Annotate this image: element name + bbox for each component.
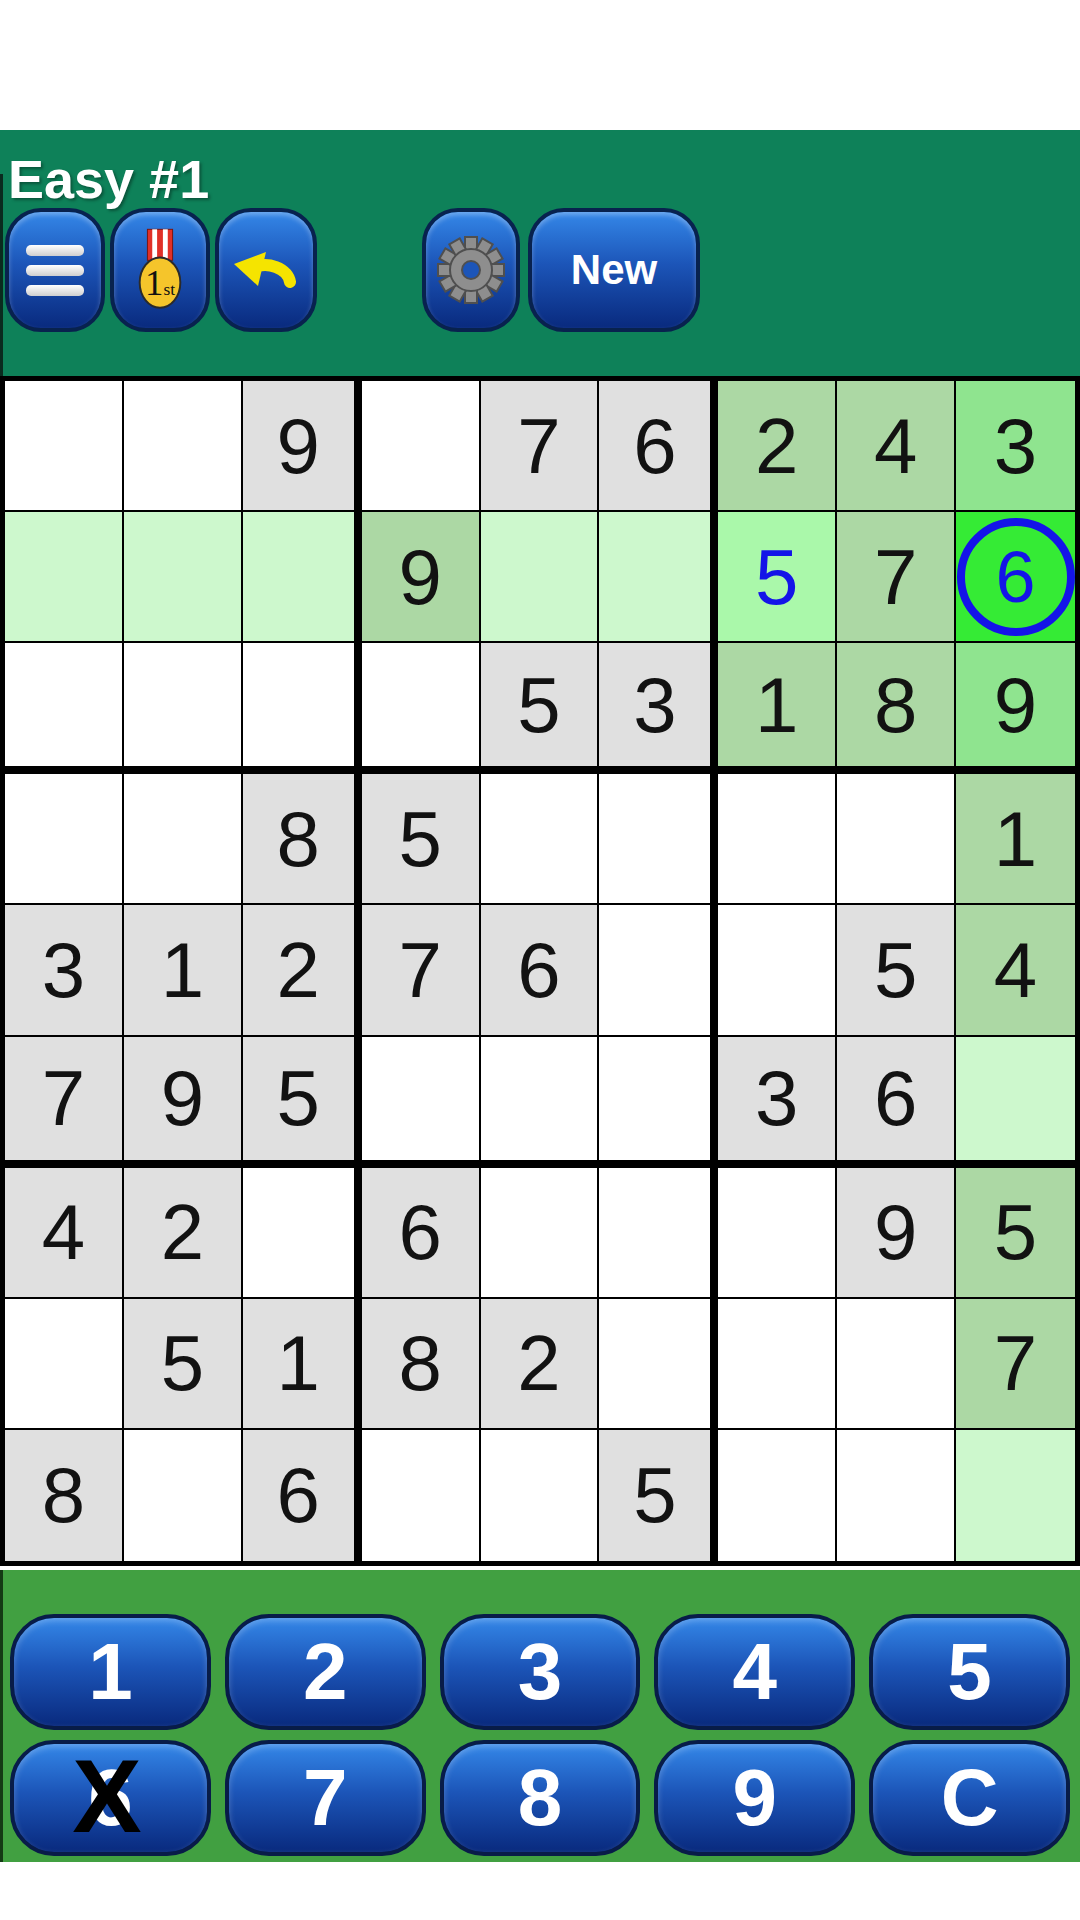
cell-r4c8[interactable] xyxy=(837,774,956,905)
cell-r9c5[interactable] xyxy=(481,1430,600,1561)
new-game-label: New xyxy=(571,246,657,294)
numpad-label-9: 9 xyxy=(733,1752,778,1844)
cell-r3c1[interactable] xyxy=(5,643,124,774)
cell-r8c2[interactable]: 5 xyxy=(124,1299,243,1430)
cell-r6c5[interactable] xyxy=(481,1037,600,1168)
cell-r6c1[interactable]: 7 xyxy=(5,1037,124,1168)
cell-r1c4[interactable] xyxy=(362,381,481,512)
cell-r8c9[interactable]: 7 xyxy=(956,1299,1075,1430)
cell-r4c2[interactable] xyxy=(124,774,243,905)
bottom-bar xyxy=(0,1862,1080,1920)
cell-r3c4[interactable] xyxy=(362,643,481,774)
cell-r7c8[interactable]: 9 xyxy=(837,1168,956,1299)
cell-r2c5[interactable] xyxy=(481,512,600,643)
numpad-label-1: 1 xyxy=(88,1626,133,1718)
numpad-label-7: 7 xyxy=(303,1752,348,1844)
cell-r8c7[interactable] xyxy=(718,1299,837,1430)
cell-r7c4[interactable]: 6 xyxy=(362,1168,481,1299)
numpad-4-button[interactable]: 4 xyxy=(654,1614,855,1730)
cell-r8c4[interactable]: 8 xyxy=(362,1299,481,1430)
cell-r6c4[interactable] xyxy=(362,1037,481,1168)
menu-icon xyxy=(26,245,84,296)
numpad-label-4: 4 xyxy=(733,1626,778,1718)
cell-r2c4[interactable]: 9 xyxy=(362,512,481,643)
cell-r4c9[interactable]: 1 xyxy=(956,774,1075,905)
selected-cell-circle: 6 xyxy=(957,518,1075,636)
cell-r9c2[interactable] xyxy=(124,1430,243,1561)
cell-r9c6[interactable]: 5 xyxy=(599,1430,718,1561)
cell-r9c1[interactable]: 8 xyxy=(5,1430,124,1561)
page-title: Easy #1 xyxy=(8,148,209,210)
cell-r4c3[interactable]: 8 xyxy=(243,774,362,905)
cell-r3c5[interactable]: 5 xyxy=(481,643,600,774)
menu-button[interactable] xyxy=(5,208,105,332)
numpad-2-button[interactable]: 2 xyxy=(225,1614,426,1730)
cell-r2c2[interactable] xyxy=(124,512,243,643)
gear-icon xyxy=(434,233,508,307)
cell-r3c2[interactable] xyxy=(124,643,243,774)
medal-1st-icon: 1st xyxy=(129,227,191,313)
cell-r7c9[interactable]: 5 xyxy=(956,1168,1075,1299)
cell-r1c7[interactable]: 2 xyxy=(718,381,837,512)
numpad-3-button[interactable]: 3 xyxy=(440,1614,641,1730)
cell-r3c6[interactable]: 3 xyxy=(599,643,718,774)
cell-r5c7[interactable] xyxy=(718,905,837,1036)
cell-r3c8[interactable]: 8 xyxy=(837,643,956,774)
cell-r7c5[interactable] xyxy=(481,1168,600,1299)
cell-r2c1[interactable] xyxy=(5,512,124,643)
cell-r9c3[interactable]: 6 xyxy=(243,1430,362,1561)
cell-r6c9[interactable] xyxy=(956,1037,1075,1168)
number-pad: 123456X789C xyxy=(0,1570,1080,1862)
numpad-6-button[interactable]: 6X xyxy=(10,1740,211,1856)
cell-r6c6[interactable] xyxy=(599,1037,718,1168)
cell-r5c6[interactable] xyxy=(599,905,718,1036)
number-pad-grid: 123456X789C xyxy=(0,1570,1080,1856)
cell-r8c1[interactable] xyxy=(5,1299,124,1430)
cell-r6c2[interactable]: 9 xyxy=(124,1037,243,1168)
cell-r5c8[interactable]: 5 xyxy=(837,905,956,1036)
cell-r9c8[interactable] xyxy=(837,1430,956,1561)
cell-r8c3[interactable]: 1 xyxy=(243,1299,362,1430)
achievements-button[interactable]: 1st xyxy=(110,208,210,332)
cell-r1c9[interactable]: 3 xyxy=(956,381,1075,512)
cell-r1c6[interactable]: 6 xyxy=(599,381,718,512)
numpad-clear-button[interactable]: C xyxy=(869,1740,1070,1856)
undo-button[interactable] xyxy=(215,208,317,332)
numpad-label-2: 2 xyxy=(303,1626,348,1718)
cell-r8c6[interactable] xyxy=(599,1299,718,1430)
cell-r5c5[interactable]: 6 xyxy=(481,905,600,1036)
cell-r2c9[interactable]: 6 xyxy=(956,512,1075,643)
app-header: Easy #1 1st xyxy=(0,130,1080,376)
cell-r2c6[interactable] xyxy=(599,512,718,643)
new-game-button[interactable]: New xyxy=(528,208,700,332)
cell-r5c4[interactable]: 7 xyxy=(362,905,481,1036)
cell-r2c7[interactable]: 5 xyxy=(718,512,837,643)
cell-r1c8[interactable]: 4 xyxy=(837,381,956,512)
numpad-label-6: 6 xyxy=(88,1752,133,1844)
cell-r4c1[interactable] xyxy=(5,774,124,905)
cell-r9c9[interactable] xyxy=(956,1430,1075,1561)
cell-r7c6[interactable] xyxy=(599,1168,718,1299)
cell-r5c1[interactable]: 3 xyxy=(5,905,124,1036)
cell-r3c9[interactable]: 9 xyxy=(956,643,1075,774)
cell-r6c3[interactable]: 5 xyxy=(243,1037,362,1168)
numpad-label-8: 8 xyxy=(518,1752,563,1844)
cell-r5c2[interactable]: 1 xyxy=(124,905,243,1036)
numpad-label-3: 3 xyxy=(518,1626,563,1718)
cell-r4c4[interactable]: 5 xyxy=(362,774,481,905)
numpad-8-button[interactable]: 8 xyxy=(440,1740,641,1856)
numpad-5-button[interactable]: 5 xyxy=(869,1614,1070,1730)
cell-r8c5[interactable]: 2 xyxy=(481,1299,600,1430)
cell-r6c7[interactable]: 3 xyxy=(718,1037,837,1168)
cell-r1c3[interactable]: 9 xyxy=(243,381,362,512)
cell-r3c3[interactable] xyxy=(243,643,362,774)
undo-icon xyxy=(230,242,302,298)
cell-r9c4[interactable] xyxy=(362,1430,481,1561)
cell-r7c3[interactable] xyxy=(243,1168,362,1299)
cell-r8c8[interactable] xyxy=(837,1299,956,1430)
numpad-1-button[interactable]: 1 xyxy=(10,1614,211,1730)
cell-r4c5[interactable] xyxy=(481,774,600,905)
numpad-9-button[interactable]: 9 xyxy=(654,1740,855,1856)
cell-r3c7[interactable]: 1 xyxy=(718,643,837,774)
cell-r6c8[interactable]: 6 xyxy=(837,1037,956,1168)
status-bar xyxy=(0,0,1080,130)
pad-left-edge xyxy=(0,1570,3,1862)
cell-r2c3[interactable] xyxy=(243,512,362,643)
cell-r5c9[interactable]: 4 xyxy=(956,905,1075,1036)
cell-r7c2[interactable]: 2 xyxy=(124,1168,243,1299)
cell-r7c1[interactable]: 4 xyxy=(5,1168,124,1299)
numpad-label-C: C xyxy=(941,1752,999,1844)
cell-r2c8[interactable]: 7 xyxy=(837,512,956,643)
header-left-edge xyxy=(0,174,3,376)
numpad-7-button[interactable]: 7 xyxy=(225,1740,426,1856)
cell-r9c7[interactable] xyxy=(718,1430,837,1561)
settings-button[interactable] xyxy=(422,208,520,332)
cell-r1c1[interactable] xyxy=(5,381,124,512)
cell-r5c3[interactable]: 2 xyxy=(243,905,362,1036)
cell-r4c6[interactable] xyxy=(599,774,718,905)
cell-r1c5[interactable]: 7 xyxy=(481,381,600,512)
cell-r7c7[interactable] xyxy=(718,1168,837,1299)
cell-r4c7[interactable] xyxy=(718,774,837,905)
sudoku-grid: 9762439576531898513127654795364269551827… xyxy=(0,376,1080,1566)
numpad-label-5: 5 xyxy=(947,1626,992,1718)
cell-r1c2[interactable] xyxy=(124,381,243,512)
